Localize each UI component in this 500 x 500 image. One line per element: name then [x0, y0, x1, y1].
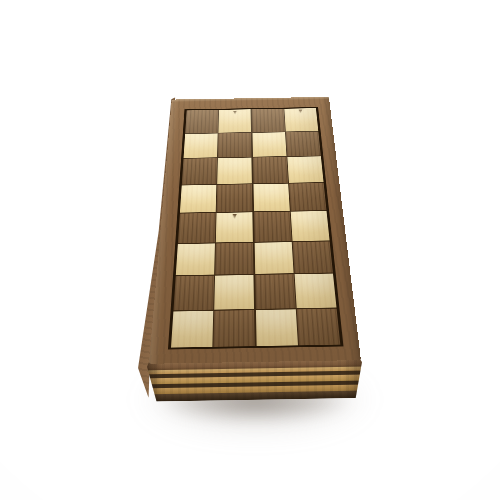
square-r7c3-dark	[255, 274, 295, 308]
square-r8c1-light	[171, 311, 213, 348]
square-r4c2-dark	[217, 184, 253, 212]
square-r6c4-dark	[293, 241, 333, 273]
square-r3c3-dark	[253, 157, 288, 183]
square-r7c4-light	[295, 274, 337, 308]
folded-chessboard-box	[0, 0, 500, 500]
square-r7c1-dark	[173, 276, 214, 310]
square-r1c3-dark	[252, 109, 285, 132]
square-r8c4-dark	[297, 308, 340, 345]
square-r2c3-light	[252, 132, 286, 157]
square-r5c4-light	[291, 211, 330, 241]
wood-knot-mark	[233, 214, 237, 219]
square-r1c2-light	[219, 109, 251, 132]
square-r1c4-light	[284, 108, 318, 131]
checkerboard-grid	[168, 107, 344, 349]
square-r7c2-light	[215, 275, 255, 309]
square-r6c2-dark	[215, 243, 253, 275]
square-r5c2-light	[216, 212, 253, 242]
square-r5c1-dark	[178, 213, 216, 243]
square-r4c3-light	[253, 183, 289, 211]
square-r3c2-light	[218, 158, 253, 184]
square-r8c2-dark	[214, 310, 255, 347]
square-r2c4-dark	[286, 132, 321, 157]
square-r6c1-light	[176, 243, 215, 275]
square-r3c4-light	[287, 156, 323, 182]
wood-knot-mark	[233, 111, 237, 115]
square-r4c4-dark	[289, 183, 326, 211]
square-r1c1-dark	[185, 110, 218, 133]
wood-knot-mark	[298, 110, 302, 114]
square-r2c2-dark	[218, 133, 251, 158]
square-r8c3-light	[256, 309, 298, 346]
square-r2c1-light	[184, 133, 218, 158]
square-r6c3-light	[254, 242, 293, 274]
board-top-face	[149, 97, 361, 364]
square-r5c3-dark	[254, 212, 291, 242]
square-r4c1-light	[180, 185, 216, 213]
square-r3c1-dark	[182, 158, 217, 184]
product-photo-stage	[0, 0, 500, 500]
